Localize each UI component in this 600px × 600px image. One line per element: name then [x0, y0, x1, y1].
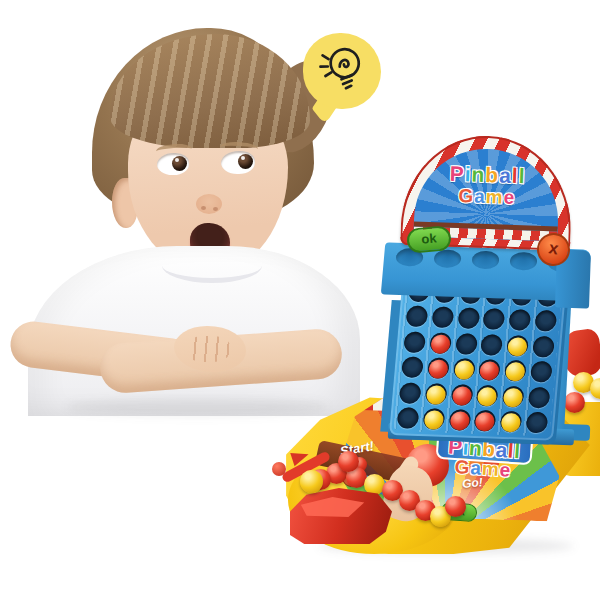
red-ball: [428, 360, 449, 380]
hole: [450, 384, 473, 406]
yellow-ball: [454, 360, 475, 380]
board-cell-r4c5[interactable]: [503, 359, 528, 382]
hole: [532, 336, 555, 358]
hole: [481, 334, 504, 356]
boy-nostril: [201, 206, 206, 210]
red-ball: [338, 451, 359, 472]
board-cell-r6c5[interactable]: [499, 410, 524, 433]
board-cell-r2c2[interactable]: [430, 306, 455, 329]
board-cell-r5c6[interactable]: [527, 386, 552, 409]
launcher-ball: [300, 470, 323, 493]
board-cell-r4c2[interactable]: [426, 357, 451, 380]
yellow-ball: [503, 388, 524, 408]
board-cell-r5c4[interactable]: [475, 384, 500, 407]
boy-pupil-right: [238, 154, 253, 169]
hole: [476, 385, 499, 407]
red-ball: [445, 496, 466, 517]
boy-eye-right: [221, 151, 255, 174]
hole: [506, 335, 529, 357]
hole: [422, 408, 445, 430]
table-shadow: [66, 398, 328, 416]
hole: [504, 360, 527, 382]
hole: [502, 386, 525, 408]
yellow-ball: [426, 385, 447, 405]
board-cell-r6c6[interactable]: [525, 411, 550, 434]
red-ball: [564, 392, 585, 413]
board-cell-r2c4[interactable]: [482, 308, 507, 331]
board-cell-r2c5[interactable]: [508, 309, 533, 332]
board-cell-r3c4[interactable]: [480, 333, 505, 356]
board-cell-r3c5[interactable]: [505, 334, 530, 357]
sign-title-line2: Game: [414, 183, 559, 210]
hole: [509, 309, 532, 331]
board-cell-r3c3[interactable]: [454, 332, 479, 355]
hole: [425, 383, 448, 405]
yellow-ball: [501, 413, 522, 433]
hole: [478, 359, 501, 381]
hole: [526, 412, 549, 434]
yellow-ball: [423, 410, 444, 430]
boy-pupil-left: [172, 156, 187, 171]
hole: [401, 357, 424, 379]
speech-bubble: [303, 33, 381, 109]
red-ball: [475, 412, 496, 432]
hole: [399, 382, 422, 404]
board-cell-r5c5[interactable]: [501, 385, 526, 408]
red-ball: [479, 361, 500, 381]
board-cell-r4c3[interactable]: [452, 358, 477, 381]
red-ball: [449, 411, 470, 431]
board-cell-r5c3[interactable]: [449, 383, 474, 406]
hole: [396, 407, 419, 429]
product-photo: Pinball Game Start! Go! x ok Pinball Gam…: [0, 0, 600, 600]
yellow-ball: [507, 337, 528, 357]
hole: [457, 308, 480, 330]
yellow-ball: [477, 387, 498, 407]
boy-eye-left: [157, 153, 189, 175]
board-cell-r2c1[interactable]: [404, 305, 429, 328]
hole: [429, 332, 452, 354]
board-cell-r5c2[interactable]: [424, 382, 449, 405]
hole: [403, 331, 426, 353]
hole: [474, 410, 497, 432]
board-cell-r3c1[interactable]: [402, 330, 427, 353]
hole: [530, 361, 553, 383]
board-cell-r6c3[interactable]: [447, 409, 472, 432]
board-cell-r2c3[interactable]: [456, 307, 481, 330]
hole: [483, 308, 506, 330]
board-cell-r4c6[interactable]: [529, 360, 554, 383]
board-cell-r4c1[interactable]: [400, 356, 425, 379]
board-cell-r3c6[interactable]: [531, 335, 556, 358]
hole: [534, 310, 557, 332]
ball-launcher[interactable]: [290, 488, 392, 544]
board-cell-r5c1[interactable]: [398, 381, 423, 404]
hole: [405, 306, 428, 328]
hole: [448, 409, 471, 431]
red-ball: [430, 334, 451, 354]
launcher-knob[interactable]: [272, 462, 286, 476]
boy-shirt-collar: [162, 248, 262, 283]
board-cell-r3c2[interactable]: [428, 331, 453, 354]
hole: [500, 411, 523, 433]
hopper-slot: [433, 249, 462, 268]
hole: [455, 333, 478, 355]
yellow-ball: [505, 362, 526, 382]
yellow-ball: [590, 378, 600, 399]
hole: [453, 358, 476, 380]
red-ball: [451, 386, 472, 406]
board-cell-r6c1[interactable]: [396, 407, 421, 430]
board-cell-r2c6[interactable]: [533, 309, 558, 332]
hole: [427, 358, 450, 380]
boy-nose: [196, 194, 222, 214]
board-cell-r4c4[interactable]: [477, 359, 502, 382]
hole: [431, 307, 454, 329]
board-cell-r6c2[interactable]: [421, 408, 446, 431]
hole: [528, 387, 551, 409]
hopper-slot: [471, 251, 500, 270]
lightbulb-icon: [309, 37, 375, 103]
board-cell-r6c4[interactable]: [473, 409, 498, 432]
boy-nostril: [213, 207, 218, 211]
hopper-slot: [509, 252, 538, 271]
